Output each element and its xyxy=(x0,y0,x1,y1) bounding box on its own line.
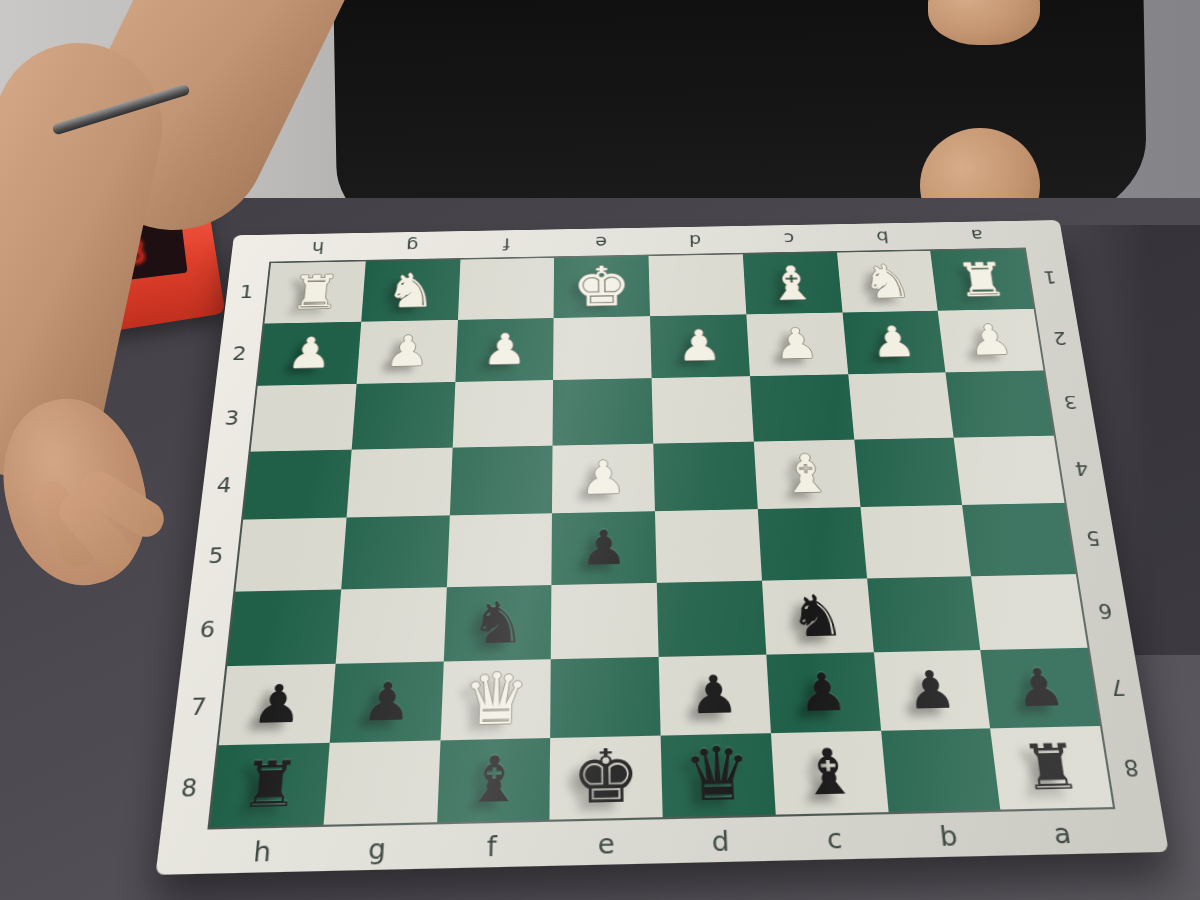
square-h8[interactable]: ♜ xyxy=(210,742,330,827)
piece-black-pawn: ♟ xyxy=(688,668,740,721)
square-b8[interactable] xyxy=(881,728,1001,812)
square-g2[interactable]: ♟ xyxy=(356,319,457,383)
piece-black-bishop: ♝ xyxy=(464,747,524,812)
square-f6[interactable]: ♞ xyxy=(443,585,551,662)
square-d4[interactable] xyxy=(653,441,757,511)
chess-mat: hgfedcba 12345678 12345678 hgfedcba ♜♞♚♝… xyxy=(155,220,1168,875)
square-b2[interactable]: ♟ xyxy=(842,310,946,374)
square-f5[interactable] xyxy=(446,513,552,586)
square-b7[interactable]: ♟ xyxy=(873,650,990,730)
square-h5[interactable] xyxy=(235,517,346,591)
coord-label-8: 8 xyxy=(1122,754,1141,780)
piece-white-king: ♚ xyxy=(573,259,632,314)
piece-white-rook: ♜ xyxy=(288,268,342,315)
piece-black-queen: ♛ xyxy=(682,737,753,813)
piece-white-pawn: ♟ xyxy=(677,325,723,368)
piece-black-pawn: ♟ xyxy=(250,677,304,731)
square-d3[interactable] xyxy=(652,376,754,443)
coord-label-6: 6 xyxy=(1097,599,1115,622)
coord-label-3: 3 xyxy=(1062,391,1078,411)
square-h3[interactable] xyxy=(251,384,357,451)
coord-label-4: 4 xyxy=(1073,457,1090,478)
square-c6[interactable]: ♞ xyxy=(762,578,874,655)
square-g4[interactable] xyxy=(346,447,452,517)
square-d5[interactable] xyxy=(655,509,762,582)
square-b4[interactable] xyxy=(854,437,963,507)
square-f7[interactable]: ♛ xyxy=(440,659,551,740)
square-a3[interactable] xyxy=(946,370,1054,437)
coord-label-3: 3 xyxy=(223,407,240,429)
square-e7[interactable] xyxy=(550,657,660,738)
coord-label-1: 1 xyxy=(239,282,255,302)
square-a8[interactable]: ♜ xyxy=(990,725,1113,809)
piece-black-knight: ♞ xyxy=(787,587,847,646)
piece-black-pawn: ♟ xyxy=(1011,661,1068,714)
square-f8[interactable]: ♝ xyxy=(437,737,551,822)
square-h1[interactable]: ♜ xyxy=(264,261,365,323)
square-g5[interactable] xyxy=(341,515,449,589)
piece-white-bishop: ♝ xyxy=(765,260,818,307)
piece-black-pawn: ♟ xyxy=(796,666,849,719)
square-a1[interactable]: ♜ xyxy=(930,249,1033,310)
square-g1[interactable]: ♞ xyxy=(361,260,460,322)
piece-white-pawn: ♟ xyxy=(773,323,820,366)
coord-label-5: 5 xyxy=(207,544,225,568)
square-a6[interactable] xyxy=(971,574,1087,650)
square-d1[interactable] xyxy=(649,254,747,315)
coord-label-g: g xyxy=(406,236,419,254)
coord-label-7: 7 xyxy=(1109,675,1127,699)
coord-label-b: b xyxy=(938,820,959,852)
square-c8[interactable]: ♝ xyxy=(771,730,888,814)
square-h2[interactable]: ♟ xyxy=(258,321,361,385)
piece-black-bishop: ♝ xyxy=(797,740,860,805)
square-g7[interactable]: ♟ xyxy=(329,662,443,743)
square-e8[interactable]: ♚ xyxy=(550,735,663,820)
piece-white-pawn: ♟ xyxy=(965,319,1015,361)
coord-label-a: a xyxy=(1052,817,1073,849)
piece-black-rook: ♜ xyxy=(238,752,303,817)
square-e2[interactable] xyxy=(553,316,651,380)
coord-label-a: a xyxy=(970,226,984,244)
square-d2[interactable]: ♟ xyxy=(650,314,750,378)
square-h4[interactable] xyxy=(243,449,351,519)
piece-white-queen: ♛ xyxy=(462,663,530,735)
coord-label-e: e xyxy=(595,233,607,251)
piece-white-rook: ♜ xyxy=(954,256,1010,303)
piece-white-pawn: ♟ xyxy=(482,328,527,371)
square-c5[interactable] xyxy=(758,507,867,580)
square-a2[interactable]: ♟ xyxy=(938,308,1044,372)
scene: 88 ♟ hgfedcba 12345678 12345678 hgfedcba… xyxy=(0,0,1200,900)
coord-label-b: b xyxy=(876,228,890,246)
piece-white-pawn: ♟ xyxy=(580,455,626,502)
coord-label-h: h xyxy=(311,238,325,256)
square-g6[interactable] xyxy=(335,587,446,664)
piece-black-rook: ♜ xyxy=(1018,735,1085,799)
square-c7[interactable]: ♟ xyxy=(766,652,880,732)
coord-label-2: 2 xyxy=(231,343,247,364)
square-b1[interactable]: ♞ xyxy=(837,251,938,312)
coord-label-5: 5 xyxy=(1085,527,1102,549)
coord-label-d: d xyxy=(689,231,702,249)
coord-label-d: d xyxy=(711,825,730,857)
coord-label-8: 8 xyxy=(179,774,198,802)
coord-label-c: c xyxy=(783,229,795,247)
coord-label-1: 1 xyxy=(1042,267,1057,286)
square-e4[interactable]: ♟ xyxy=(552,443,655,513)
piece-white-pawn: ♟ xyxy=(869,321,917,364)
coord-label-6: 6 xyxy=(198,617,216,642)
coord-label-g: g xyxy=(367,833,387,865)
square-e6[interactable] xyxy=(551,582,659,659)
square-f4[interactable] xyxy=(449,445,552,515)
square-d8[interactable]: ♛ xyxy=(661,733,776,817)
square-b6[interactable] xyxy=(867,576,981,653)
square-h7[interactable]: ♟ xyxy=(219,664,336,745)
coord-label-e: e xyxy=(598,827,615,859)
square-g8[interactable] xyxy=(323,740,440,825)
square-d7[interactable]: ♟ xyxy=(659,655,771,735)
square-f3[interactable] xyxy=(452,380,553,447)
coord-label-h: h xyxy=(252,835,273,868)
square-e5[interactable]: ♟ xyxy=(552,511,657,584)
square-e1[interactable]: ♚ xyxy=(554,256,650,318)
piece-white-bishop: ♝ xyxy=(778,447,835,501)
square-c2[interactable]: ♟ xyxy=(746,312,848,376)
chess-board-wrapper: hgfedcba 12345678 12345678 hgfedcba ♜♞♚♝… xyxy=(155,220,1168,875)
square-c1[interactable]: ♝ xyxy=(743,253,842,314)
coord-label-f: f xyxy=(503,235,510,253)
piece-black-pawn: ♟ xyxy=(361,675,414,729)
square-f1[interactable] xyxy=(457,258,554,320)
piece-black-knight: ♞ xyxy=(469,593,526,652)
piece-white-knight: ♞ xyxy=(860,258,915,305)
square-c3[interactable] xyxy=(750,374,854,441)
piece-black-king: ♚ xyxy=(572,739,641,815)
square-h6[interactable] xyxy=(227,589,341,666)
square-a7[interactable]: ♟ xyxy=(981,648,1100,728)
square-a5[interactable] xyxy=(962,503,1075,576)
square-b3[interactable] xyxy=(848,372,954,439)
board-grid: ♜♞♚♝♞♜♟♟♟♟♟♟♟♟♝♟♞♞♟♟♛♟♟♟♟♜♝♚♛♝♜ xyxy=(207,248,1115,830)
piece-white-pawn: ♟ xyxy=(384,330,431,373)
square-e3[interactable] xyxy=(553,378,653,445)
piece-black-pawn: ♟ xyxy=(904,663,959,716)
coord-label-4: 4 xyxy=(215,474,232,497)
square-d6[interactable] xyxy=(657,580,766,657)
square-f2[interactable]: ♟ xyxy=(455,318,554,382)
coord-label-f: f xyxy=(486,830,497,862)
coord-label-7: 7 xyxy=(189,693,208,720)
piece-white-knight: ♞ xyxy=(384,267,437,314)
square-g3[interactable] xyxy=(351,382,454,449)
square-c4[interactable]: ♝ xyxy=(754,439,860,509)
piece-white-pawn: ♟ xyxy=(286,332,334,375)
square-b5[interactable] xyxy=(860,505,971,578)
piece-black-pawn: ♟ xyxy=(580,523,628,572)
coord-label-2: 2 xyxy=(1052,328,1068,347)
square-a4[interactable] xyxy=(954,435,1065,505)
coord-label-c: c xyxy=(826,822,844,854)
